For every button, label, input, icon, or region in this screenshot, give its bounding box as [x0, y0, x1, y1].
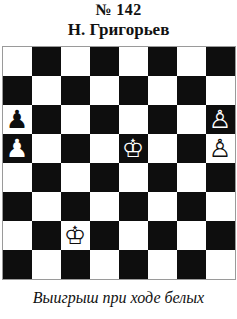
square-h1 — [206, 250, 235, 279]
study-number: № 142 — [68, 1, 170, 19]
white-pawn: ♙ — [206, 134, 235, 163]
square-a1 — [3, 250, 32, 279]
black-king: ♔ — [119, 134, 148, 163]
square-h2 — [206, 221, 235, 250]
square-g7 — [177, 76, 206, 105]
square-c4 — [61, 163, 90, 192]
square-h8 — [206, 47, 235, 76]
square-b4 — [32, 163, 61, 192]
square-h6: ♙ — [206, 105, 235, 134]
square-b3 — [32, 192, 61, 221]
square-c2: ♔ — [61, 221, 90, 250]
square-c8 — [61, 47, 90, 76]
square-f6 — [148, 105, 177, 134]
white-pawn: ♟ — [3, 134, 32, 163]
square-f5 — [148, 134, 177, 163]
square-c1 — [61, 250, 90, 279]
square-c3 — [61, 192, 90, 221]
square-a8 — [3, 47, 32, 76]
square-e3 — [119, 192, 148, 221]
square-e5: ♔ — [119, 134, 148, 163]
square-h5: ♙ — [206, 134, 235, 163]
square-g5 — [177, 134, 206, 163]
square-d1 — [90, 250, 119, 279]
square-b8 — [32, 47, 61, 76]
square-e4 — [119, 163, 148, 192]
square-e8 — [119, 47, 148, 76]
square-a6: ♟ — [3, 105, 32, 134]
square-a4 — [3, 163, 32, 192]
study-author: Н. Григорьев — [68, 19, 170, 41]
diagram-header: № 142 Н. Григорьев — [68, 1, 170, 41]
square-b1 — [32, 250, 61, 279]
stipulation-caption: Выигрыш при ходе белых — [33, 289, 204, 307]
square-a7 — [3, 76, 32, 105]
square-g3 — [177, 192, 206, 221]
square-e6 — [119, 105, 148, 134]
square-e2 — [119, 221, 148, 250]
square-e7 — [119, 76, 148, 105]
square-f3 — [148, 192, 177, 221]
square-c7 — [61, 76, 90, 105]
square-g6 — [177, 105, 206, 134]
square-d2 — [90, 221, 119, 250]
square-d5 — [90, 134, 119, 163]
square-b2 — [32, 221, 61, 250]
square-f7 — [148, 76, 177, 105]
square-c6 — [61, 105, 90, 134]
square-g8 — [177, 47, 206, 76]
square-g1 — [177, 250, 206, 279]
black-pawn: ♙ — [206, 105, 235, 134]
square-g2 — [177, 221, 206, 250]
square-b7 — [32, 76, 61, 105]
square-a3 — [3, 192, 32, 221]
square-f2 — [148, 221, 177, 250]
square-b6 — [32, 105, 61, 134]
square-g4 — [177, 163, 206, 192]
chess-board: ♟♙♟♔♙♔ — [2, 46, 236, 280]
square-c5 — [61, 134, 90, 163]
square-a2 — [3, 221, 32, 250]
square-d6 — [90, 105, 119, 134]
square-a5: ♟ — [3, 134, 32, 163]
square-f1 — [148, 250, 177, 279]
square-e1 — [119, 250, 148, 279]
square-h4 — [206, 163, 235, 192]
square-h7 — [206, 76, 235, 105]
black-pawn: ♟ — [3, 105, 32, 134]
square-f4 — [148, 163, 177, 192]
square-d7 — [90, 76, 119, 105]
square-f8 — [148, 47, 177, 76]
white-king: ♔ — [61, 221, 90, 250]
square-d3 — [90, 192, 119, 221]
square-d4 — [90, 163, 119, 192]
square-d8 — [90, 47, 119, 76]
page: № 142 Н. Григорьев ♟♙♟♔♙♔ Выигрыш при хо… — [0, 0, 237, 319]
square-b5 — [32, 134, 61, 163]
square-h3 — [206, 192, 235, 221]
